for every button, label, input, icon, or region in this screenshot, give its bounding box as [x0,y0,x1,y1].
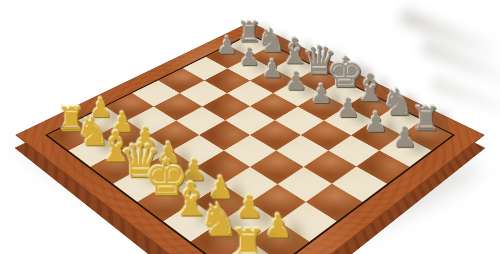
chess-board: ♜♞♝♛♚♝♞♜♟♟♟♟♟♟♟♟♟♟♟♟♟♟♟♟♜♞♝♛♚♝♞♜ [15,22,485,254]
piece-shadow-streak [399,8,500,64]
piece-white-rook-h1[interactable]: ♜ [227,223,271,254]
photo-backdrop: ♜♞♝♛♚♝♞♜♟♟♟♟♟♟♟♟♟♟♟♟♟♟♟♟♜♞♝♛♚♝♞♜ [0,0,500,254]
piece-shadow-streak [421,40,500,90]
piece-black-pawn-h7[interactable]: ♟ [386,123,423,151]
square-f4[interactable] [250,150,303,183]
square-h5[interactable] [332,166,387,201]
